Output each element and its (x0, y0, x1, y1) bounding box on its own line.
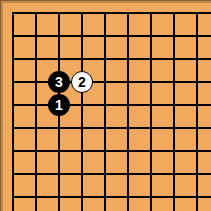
board-cell (196, 127, 211, 150)
board-cell (173, 12, 196, 35)
board-cell (104, 150, 127, 173)
board-cell (104, 127, 127, 150)
board-cell (173, 150, 196, 173)
stone-label: 1 (55, 98, 63, 112)
board-cell (127, 35, 150, 58)
board-cell (12, 150, 35, 173)
board-cell (150, 81, 173, 104)
board-frame: 123 (1, 1, 211, 211)
board-cell (12, 104, 35, 127)
board-cell (12, 173, 35, 196)
board-cell (58, 150, 81, 173)
board-cell (104, 104, 127, 127)
board-cell (150, 35, 173, 58)
board-cell (196, 196, 211, 211)
board-cell (173, 104, 196, 127)
board-cell (127, 81, 150, 104)
board-cell (196, 12, 211, 35)
board-cell (12, 58, 35, 81)
board-cell (127, 173, 150, 196)
board-cell (127, 104, 150, 127)
board-cell (104, 35, 127, 58)
board-cell (58, 12, 81, 35)
board-cell (81, 12, 104, 35)
board-cell (196, 58, 211, 81)
board-cell (58, 173, 81, 196)
board-cell (196, 173, 211, 196)
go-board-diagram: 123 (0, 0, 211, 211)
board-cell (35, 35, 58, 58)
board-cell (81, 35, 104, 58)
stone-black-3: 3 (48, 71, 70, 93)
board-cell (173, 81, 196, 104)
board-cell (81, 150, 104, 173)
board-cell (35, 127, 58, 150)
board-cell (12, 81, 35, 104)
board-cell (104, 173, 127, 196)
board-cell (173, 196, 196, 211)
board-cell (12, 196, 35, 211)
board-cell (196, 35, 211, 58)
board-cell (35, 150, 58, 173)
board-cell (127, 12, 150, 35)
board-grid: 123 (12, 12, 211, 211)
board-cell (104, 81, 127, 104)
board-cell (12, 127, 35, 150)
stone-white-2: 2 (71, 71, 93, 93)
board-cell (173, 35, 196, 58)
board-cell (127, 58, 150, 81)
board-cell (81, 173, 104, 196)
board-cell (150, 58, 173, 81)
board-cell (150, 150, 173, 173)
board-cell (127, 150, 150, 173)
board-cell (173, 127, 196, 150)
stone-label: 3 (55, 75, 63, 89)
board-cell (81, 104, 104, 127)
board-cell (35, 12, 58, 35)
board-cell (104, 196, 127, 211)
board-cell (196, 104, 211, 127)
board-cell (150, 12, 173, 35)
board-cell (196, 81, 211, 104)
board-cell (104, 12, 127, 35)
board-cell (58, 127, 81, 150)
board-cell (104, 58, 127, 81)
board-cell (173, 173, 196, 196)
board-cell (173, 58, 196, 81)
stone-black-1: 1 (48, 94, 70, 116)
board-cell (150, 104, 173, 127)
board-cell (127, 196, 150, 211)
board-cell (81, 196, 104, 211)
board-cell (150, 173, 173, 196)
board-cell (12, 35, 35, 58)
board-cell (35, 196, 58, 211)
board-cell (58, 196, 81, 211)
board-cell (196, 150, 211, 173)
board-cell (58, 35, 81, 58)
board-cell (35, 173, 58, 196)
board-cell (150, 196, 173, 211)
board-cell (12, 12, 35, 35)
board-cell (150, 127, 173, 150)
board-cell (81, 127, 104, 150)
board-cell (127, 127, 150, 150)
stone-label: 2 (78, 75, 86, 89)
